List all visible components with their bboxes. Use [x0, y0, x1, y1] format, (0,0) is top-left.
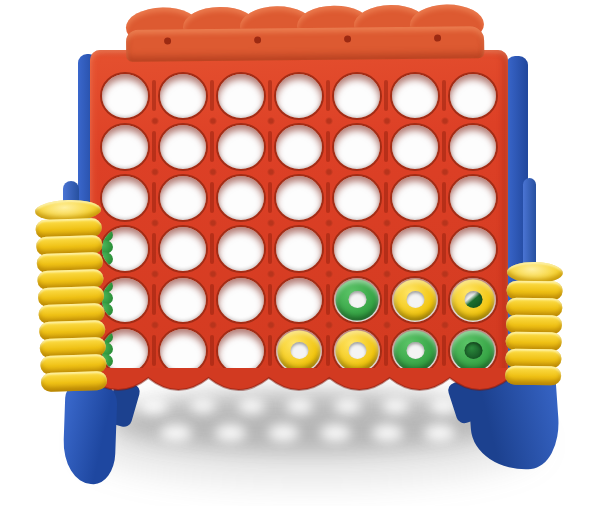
hole	[274, 225, 324, 273]
hole	[100, 72, 150, 120]
crest-base	[126, 26, 484, 62]
hole	[332, 225, 382, 273]
hole	[332, 72, 382, 120]
hole	[332, 174, 382, 222]
green-disc	[394, 330, 437, 371]
cell-r4-c2[interactable]	[154, 223, 212, 274]
disc-center-hole	[290, 342, 308, 359]
cell-r5-c4[interactable]	[270, 274, 328, 325]
cell-r4-c1[interactable]	[96, 223, 154, 274]
shadow-light-spot	[160, 424, 192, 442]
board-panel	[90, 50, 508, 378]
board-crest	[126, 4, 485, 60]
hole	[158, 276, 208, 324]
cell-r3-c5[interactable]	[328, 172, 386, 223]
hole	[274, 72, 324, 120]
hole	[216, 72, 266, 120]
cell-r1-c1[interactable]	[96, 70, 154, 121]
cell-r1-c3[interactable]	[212, 70, 270, 121]
shadow-light-spot	[286, 398, 313, 414]
cell-r3-c3[interactable]	[212, 172, 270, 223]
hole	[274, 174, 324, 222]
cell-r3-c7[interactable]	[444, 172, 502, 223]
shadow-light-spot	[320, 424, 351, 442]
disc-center-hole	[406, 342, 424, 359]
cell-r2-c6[interactable]	[386, 121, 444, 172]
giant-connect-four-photo	[0, 0, 610, 506]
cell-r2-c1[interactable]	[96, 121, 154, 172]
shadow-light-spot	[215, 424, 246, 442]
hole	[448, 276, 498, 324]
board-grid	[96, 70, 502, 376]
hole	[448, 174, 498, 222]
hole	[100, 123, 150, 171]
crest-hole	[164, 37, 171, 44]
yellow-disc	[394, 279, 437, 320]
cell-r4-c4[interactable]	[270, 223, 328, 274]
hole	[216, 276, 266, 324]
cell-r5-c3[interactable]	[212, 274, 270, 325]
shadow-light-spot	[372, 424, 403, 442]
hole	[100, 174, 150, 222]
cell-r1-c2[interactable]	[154, 70, 212, 121]
hole	[274, 123, 324, 171]
cell-r2-c5[interactable]	[328, 121, 386, 172]
green-disc	[336, 279, 379, 320]
disc-center-hole	[348, 291, 366, 308]
hole	[100, 276, 150, 324]
yellow-disc	[452, 279, 495, 320]
disc-center-hole	[464, 291, 482, 308]
hole	[274, 276, 324, 324]
shadow-light-spot	[334, 398, 361, 414]
cell-r1-c5[interactable]	[328, 70, 386, 121]
cell-r2-c4[interactable]	[270, 121, 328, 172]
hole	[158, 174, 208, 222]
hole	[332, 276, 382, 324]
crest-hole	[434, 35, 441, 42]
green-disc	[452, 330, 495, 371]
cell-r3-c6[interactable]	[386, 172, 444, 223]
hole	[158, 225, 208, 273]
crest-hole	[254, 36, 261, 43]
cell-r4-c3[interactable]	[212, 223, 270, 274]
cell-r4-c6[interactable]	[386, 223, 444, 274]
board-bottom-scallop	[88, 368, 510, 400]
hole	[390, 276, 440, 324]
cell-r1-c4[interactable]	[270, 70, 328, 121]
disc-center-hole	[406, 291, 424, 308]
cell-r5-c2[interactable]	[154, 274, 212, 325]
cell-r2-c3[interactable]	[212, 121, 270, 172]
yellow-disc	[336, 330, 379, 371]
hole	[448, 72, 498, 120]
hole	[216, 225, 266, 273]
hole	[100, 225, 150, 273]
cell-r3-c2[interactable]	[154, 172, 212, 223]
hole	[332, 123, 382, 171]
shadow-light-spot	[268, 424, 299, 442]
hole	[390, 123, 440, 171]
cell-r5-c6[interactable]	[386, 274, 444, 325]
shadow-light-spot	[190, 398, 216, 413]
hole	[448, 123, 498, 171]
cell-r3-c4[interactable]	[270, 172, 328, 223]
cell-r2-c2[interactable]	[154, 121, 212, 172]
shadow-light-spot	[424, 424, 455, 442]
hole	[158, 123, 208, 171]
yellow-disc	[278, 330, 321, 371]
cell-r1-c7[interactable]	[444, 70, 502, 121]
crest-hole	[344, 36, 351, 43]
cell-r3-c1[interactable]	[96, 172, 154, 223]
hole	[216, 123, 266, 171]
hole	[390, 225, 440, 273]
right-disc-stack	[505, 262, 563, 386]
hole	[158, 72, 208, 120]
shadow-light-spot	[140, 398, 168, 414]
cell-r5-c7[interactable]	[444, 274, 502, 325]
disc-center-hole	[464, 342, 482, 359]
shadow-light-spot	[382, 398, 409, 414]
hole	[216, 174, 266, 222]
shadow-light-spot	[238, 398, 265, 414]
hole	[390, 174, 440, 222]
spare-yellow-disc	[41, 371, 108, 392]
hole	[448, 225, 498, 273]
cell-r1-c6[interactable]	[386, 70, 444, 121]
left-disc-stack	[35, 199, 108, 392]
cell-r2-c7[interactable]	[444, 121, 502, 172]
cell-r5-c5[interactable]	[328, 274, 386, 325]
cell-r4-c7[interactable]	[444, 223, 502, 274]
hole	[390, 72, 440, 120]
spare-yellow-disc	[505, 366, 561, 386]
cell-r4-c5[interactable]	[328, 223, 386, 274]
disc-center-hole	[348, 342, 366, 359]
